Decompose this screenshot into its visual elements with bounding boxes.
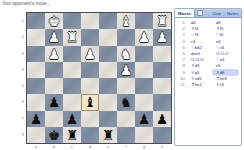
move-number: 10. (177, 76, 188, 81)
board-square-d8[interactable] (81, 127, 99, 143)
move-row: 8.♗d3e5 (177, 63, 239, 69)
file-label-a: a (27, 144, 45, 149)
black-piece-p[interactable]: ♟ (66, 111, 78, 127)
move-white[interactable]: ♕xd5 (188, 76, 213, 81)
white-piece-k[interactable]: ♚ (48, 13, 60, 29)
board-square-c7[interactable]: ♟ (63, 111, 81, 127)
move-black[interactable]: ♘f6 (213, 32, 238, 37)
rank-label-8: 8 (16, 132, 24, 137)
move-row: 5.♘bd2♘c6 (177, 44, 239, 50)
move-black[interactable]: ♗c5 (213, 82, 238, 87)
panel-tab-bar: Moves Chat Notes (175, 9, 241, 18)
board-square-c1[interactable] (63, 13, 81, 29)
board-square-b3[interactable]: ♟ (45, 46, 63, 62)
move-white[interactable]: ♗f4 (188, 26, 213, 31)
move-row: 2.♗f4♗f5 (177, 26, 239, 32)
move-black[interactable]: e5 (213, 63, 238, 68)
board-square-h5[interactable] (153, 78, 171, 94)
move-number: 5. (177, 45, 188, 50)
move-row: 4.c3e6 (177, 38, 239, 44)
board-square-b6[interactable]: ♟ (45, 94, 63, 110)
board-square-e3[interactable] (99, 46, 117, 62)
move-number: 3. (177, 32, 188, 37)
board-square-g2[interactable]: ♟ (135, 29, 153, 45)
tab-notes[interactable]: Notes (224, 9, 241, 17)
move-black[interactable]: ♗d6 (213, 70, 238, 75)
board-square-e7[interactable] (99, 111, 117, 127)
board-square-a7[interactable]: ♟ (27, 111, 45, 127)
white-piece-p[interactable]: ♟ (84, 46, 96, 62)
board-square-e8[interactable]: ♜ (99, 127, 117, 143)
move-white[interactable]: ♕g5 (188, 70, 213, 75)
move-number: 1. (177, 20, 188, 25)
move-white[interactable]: d4 (188, 20, 213, 25)
move-number: 4. (177, 39, 188, 44)
board-square-a2[interactable] (27, 29, 45, 45)
board-square-d4[interactable] (81, 62, 99, 78)
board-square-g7[interactable]: ♟ (135, 111, 153, 127)
move-white[interactable]: dxe5 (188, 51, 213, 56)
chess-board[interactable]: ♚♝♜♟♜♟♟♟♟♞♟♟♝♞♟♟♟♟♚♜♜ (26, 12, 172, 144)
board-square-g5[interactable] (135, 78, 153, 94)
board-square-d5[interactable] (81, 78, 99, 94)
board-square-h6[interactable] (153, 94, 171, 110)
board-square-f7[interactable] (117, 111, 135, 127)
move-black[interactable]: ♗f5 (213, 26, 238, 31)
move-row: 9.♕g5♗d6 (177, 69, 239, 75)
board-square-e6[interactable] (99, 94, 117, 110)
board-square-h2[interactable]: ♟ (153, 29, 171, 45)
white-piece-p[interactable]: ♟ (48, 46, 60, 62)
board-square-a1[interactable] (27, 13, 45, 29)
rank-label-2: 2 (16, 34, 24, 39)
board-square-h4[interactable] (153, 62, 171, 78)
rank-label-6: 6 (16, 99, 24, 104)
file-label-f: f (117, 144, 135, 149)
moves-options-icon[interactable] (197, 10, 203, 16)
rank-label-5: 5 (16, 83, 24, 88)
move-row: 1.d4d5 (177, 20, 239, 26)
board-square-e2[interactable] (99, 29, 117, 45)
black-piece-p[interactable]: ♟ (138, 111, 150, 127)
move-number: 8. (177, 63, 188, 68)
move-black[interactable]: O-O-O (213, 51, 238, 56)
tab-chat[interactable]: Chat (209, 9, 224, 17)
move-number: 2. (177, 26, 188, 31)
file-label-b: b (45, 144, 63, 149)
move-black[interactable]: ♘c6 (213, 45, 238, 50)
board-square-g1[interactable] (135, 13, 153, 29)
board-square-h8[interactable] (153, 127, 171, 143)
board-square-b5[interactable] (45, 78, 63, 94)
board-square-a8[interactable] (27, 127, 45, 143)
white-piece-b[interactable]: ♝ (120, 13, 132, 29)
move-number: 7. (177, 57, 188, 62)
move-number: 11. (177, 82, 188, 87)
board-square-g6[interactable] (135, 94, 153, 110)
black-piece-p[interactable]: ♟ (30, 111, 42, 127)
tab-moves[interactable]: Moves (175, 9, 195, 17)
black-piece-n[interactable]: ♞ (120, 94, 132, 110)
rank-label-7: 7 (16, 116, 24, 121)
move-white[interactable]: ♘f3 (188, 32, 213, 37)
white-piece-r[interactable]: ♜ (156, 13, 168, 29)
rank-label-1: 1 (16, 18, 24, 23)
move-black[interactable]: d5 (213, 20, 238, 25)
move-white[interactable]: O-O-O (188, 57, 213, 62)
move-row: 7.O-O-O♘e4 (177, 57, 239, 63)
board-square-f8[interactable] (117, 127, 135, 143)
black-piece-r[interactable]: ♜ (66, 127, 78, 143)
move-black[interactable]: ♘e4 (213, 57, 238, 62)
board-square-f2[interactable] (117, 29, 135, 45)
file-label-h: h (153, 144, 171, 149)
board-square-f4[interactable]: ♟ (117, 62, 135, 78)
file-label-g: g (135, 144, 153, 149)
black-piece-k[interactable]: ♚ (48, 127, 60, 143)
board-square-d1[interactable] (81, 13, 99, 29)
move-black[interactable]: e6 (213, 39, 238, 44)
board-square-e5[interactable] (99, 78, 117, 94)
board-square-h7[interactable]: ♟ (153, 111, 171, 127)
board-square-b7[interactable] (45, 111, 63, 127)
move-white[interactable]: c3 (188, 39, 213, 44)
board-square-b1[interactable]: ♚ (45, 13, 63, 29)
board-square-a5[interactable] (27, 78, 45, 94)
white-piece-r[interactable]: ♜ (66, 29, 78, 45)
board-square-e4[interactable] (99, 62, 117, 78)
board-square-c5[interactable] (63, 78, 81, 94)
move-number: 6. (177, 51, 188, 56)
board-square-g3[interactable] (135, 46, 153, 62)
board-square-g4[interactable] (135, 62, 153, 78)
board-square-f3[interactable]: ♞ (117, 46, 135, 62)
rank-label-4: 4 (16, 67, 24, 72)
black-piece-p[interactable]: ♟ (156, 111, 168, 127)
move-black[interactable]: ♖he8 (213, 76, 238, 81)
board-square-c8[interactable]: ♜ (63, 127, 81, 143)
file-label-c: c (63, 144, 81, 149)
move-number: 9. (177, 70, 188, 75)
board-square-f1[interactable]: ♝ (117, 13, 135, 29)
board-square-e1[interactable] (99, 13, 117, 29)
board-square-b2[interactable]: ♟ (45, 29, 63, 45)
board-square-a3[interactable] (27, 46, 45, 62)
move-white[interactable]: ♗d3 (188, 63, 213, 68)
rank-label-3: 3 (16, 51, 24, 56)
board-square-d6[interactable]: ♝ (81, 94, 99, 110)
white-piece-n[interactable]: ♞ (120, 46, 132, 62)
white-piece-p[interactable]: ♟ (156, 29, 168, 45)
black-piece-r[interactable]: ♜ (102, 127, 114, 143)
move-row: 10.♕xd5♖he8 (177, 75, 239, 81)
board-square-c2[interactable]: ♜ (63, 29, 81, 45)
white-piece-p[interactable]: ♟ (120, 62, 132, 78)
chess-board-container: ♚♝♜♟♜♟♟♟♟♞♟♟♝♞♟♟♟♟♚♜♜ 12345678 abcdefgh (26, 12, 172, 144)
board-square-d7[interactable] (81, 111, 99, 127)
file-label-e: e (99, 144, 117, 149)
board-square-h1[interactable]: ♜ (153, 13, 171, 29)
move-row: 3.♘f3♘f6 (177, 32, 239, 38)
move-row: 11.♖he1♗c5 (177, 81, 239, 87)
side-panel: Moves Chat Notes 1.d4d52.♗f4♗f53.♘f3♘f64… (174, 8, 242, 146)
board-square-c3[interactable] (63, 46, 81, 62)
board-square-d3[interactable]: ♟ (81, 46, 99, 62)
move-list[interactable]: 1.d4d52.♗f4♗f53.♘f3♘f64.c3e65.♘bd2♘c66.d… (175, 18, 241, 88)
black-piece-b[interactable]: ♝ (84, 94, 96, 110)
move-white[interactable]: ♖he1 (188, 82, 213, 87)
status-text: Your opponent's move... (2, 1, 50, 6)
board-square-c4[interactable] (63, 62, 81, 78)
board-square-d2[interactable] (81, 29, 99, 45)
board-square-a4[interactable] (27, 62, 45, 78)
white-piece-p[interactable]: ♟ (48, 29, 60, 45)
white-piece-p[interactable]: ♟ (138, 29, 150, 45)
board-square-b8[interactable]: ♚ (45, 127, 63, 143)
move-row: 6.dxe5O-O-O (177, 50, 239, 56)
board-square-g8[interactable] (135, 127, 153, 143)
board-square-f5[interactable] (117, 78, 135, 94)
board-square-a6[interactable] (27, 94, 45, 110)
board-square-b4[interactable] (45, 62, 63, 78)
file-label-d: d (81, 144, 99, 149)
board-square-h3[interactable] (153, 46, 171, 62)
board-square-c6[interactable] (63, 94, 81, 110)
board-square-f6[interactable]: ♞ (117, 94, 135, 110)
black-piece-p[interactable]: ♟ (48, 94, 60, 110)
move-white[interactable]: ♘bd2 (188, 45, 213, 50)
